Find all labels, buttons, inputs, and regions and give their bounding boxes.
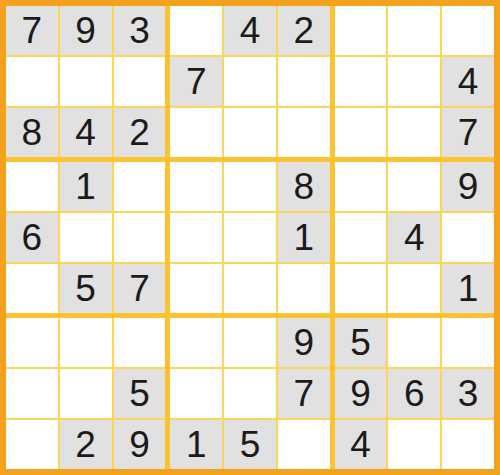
cell-r6c4[interactable] [170,264,222,313]
cell-r7c4[interactable] [170,318,222,367]
box-4: 1657 [6,162,165,313]
cell-r6c6[interactable] [278,264,330,313]
cell-r6c8[interactable] [388,264,440,313]
cell-r2c6[interactable] [278,57,330,106]
cell-r3c7[interactable] [335,108,387,157]
box-9: 59634 [335,318,494,469]
cell-r8c5[interactable] [224,369,276,418]
cell-r9c4[interactable]: 1 [170,420,222,469]
box-3: 47 [335,6,494,157]
cell-r6c5[interactable] [224,264,276,313]
box-2: 427 [170,6,329,157]
cell-r3c2[interactable]: 4 [60,108,112,157]
cell-r2c3[interactable] [114,57,166,106]
cell-r8c2[interactable] [60,369,112,418]
cell-r7c6[interactable]: 9 [278,318,330,367]
box-1: 793842 [6,6,165,157]
cell-r7c2[interactable] [60,318,112,367]
cell-r5c4[interactable] [170,213,222,262]
cell-r4c1[interactable] [6,162,58,211]
cell-r9c7[interactable]: 4 [335,420,387,469]
sudoku-board: 79384242747165781941529971559634 [0,0,500,475]
cell-r2c1[interactable] [6,57,58,106]
cell-r9c6[interactable] [278,420,330,469]
cell-r4c4[interactable] [170,162,222,211]
cell-r7c9[interactable] [442,318,494,367]
cell-r2c9[interactable]: 4 [442,57,494,106]
cell-r8c8[interactable]: 6 [388,369,440,418]
cell-r3c9[interactable]: 7 [442,108,494,157]
cell-r2c2[interactable] [60,57,112,106]
cell-r1c7[interactable] [335,6,387,55]
cell-r9c8[interactable] [388,420,440,469]
box-5: 81 [170,162,329,313]
cell-r2c7[interactable] [335,57,387,106]
cell-r1c8[interactable] [388,6,440,55]
cell-r2c8[interactable] [388,57,440,106]
cell-r7c7[interactable]: 5 [335,318,387,367]
box-6: 941 [335,162,494,313]
cell-r2c5[interactable] [224,57,276,106]
cell-r7c1[interactable] [6,318,58,367]
cell-r5c8[interactable]: 4 [388,213,440,262]
cell-r8c3[interactable]: 5 [114,369,166,418]
cell-r5c7[interactable] [335,213,387,262]
box-7: 529 [6,318,165,469]
cell-r9c9[interactable] [442,420,494,469]
cell-r7c5[interactable] [224,318,276,367]
cell-r3c6[interactable] [278,108,330,157]
cell-r8c6[interactable]: 7 [278,369,330,418]
cell-r6c1[interactable] [6,264,58,313]
cell-r4c3[interactable] [114,162,166,211]
cell-r1c3[interactable]: 3 [114,6,166,55]
cell-r7c8[interactable] [388,318,440,367]
cell-r1c9[interactable] [442,6,494,55]
cell-r4c6[interactable]: 8 [278,162,330,211]
cell-r5c3[interactable] [114,213,166,262]
cell-r6c7[interactable] [335,264,387,313]
cell-r8c4[interactable] [170,369,222,418]
cell-r4c2[interactable]: 1 [60,162,112,211]
cell-r5c1[interactable]: 6 [6,213,58,262]
cell-r9c1[interactable] [6,420,58,469]
cell-r1c2[interactable]: 9 [60,6,112,55]
cell-r5c2[interactable] [60,213,112,262]
cell-r6c9[interactable]: 1 [442,264,494,313]
cell-r3c4[interactable] [170,108,222,157]
cell-r9c5[interactable]: 5 [224,420,276,469]
cell-r2c4[interactable]: 7 [170,57,222,106]
cell-r5c9[interactable] [442,213,494,262]
cell-r3c3[interactable]: 2 [114,108,166,157]
cell-r3c5[interactable] [224,108,276,157]
cell-r4c8[interactable] [388,162,440,211]
cell-r8c7[interactable]: 9 [335,369,387,418]
cell-r5c6[interactable]: 1 [278,213,330,262]
cell-r4c5[interactable] [224,162,276,211]
cell-r8c1[interactable] [6,369,58,418]
cell-r7c3[interactable] [114,318,166,367]
cell-r3c8[interactable] [388,108,440,157]
cell-r4c9[interactable]: 9 [442,162,494,211]
cell-r8c9[interactable]: 3 [442,369,494,418]
cell-r9c3[interactable]: 9 [114,420,166,469]
box-8: 9715 [170,318,329,469]
cell-r9c2[interactable]: 2 [60,420,112,469]
cell-r1c1[interactable]: 7 [6,6,58,55]
cell-r5c5[interactable] [224,213,276,262]
cell-r4c7[interactable] [335,162,387,211]
cell-r6c2[interactable]: 5 [60,264,112,313]
cell-r1c4[interactable] [170,6,222,55]
cell-r6c3[interactable]: 7 [114,264,166,313]
cell-r1c5[interactable]: 4 [224,6,276,55]
cell-r3c1[interactable]: 8 [6,108,58,157]
cell-r1c6[interactable]: 2 [278,6,330,55]
